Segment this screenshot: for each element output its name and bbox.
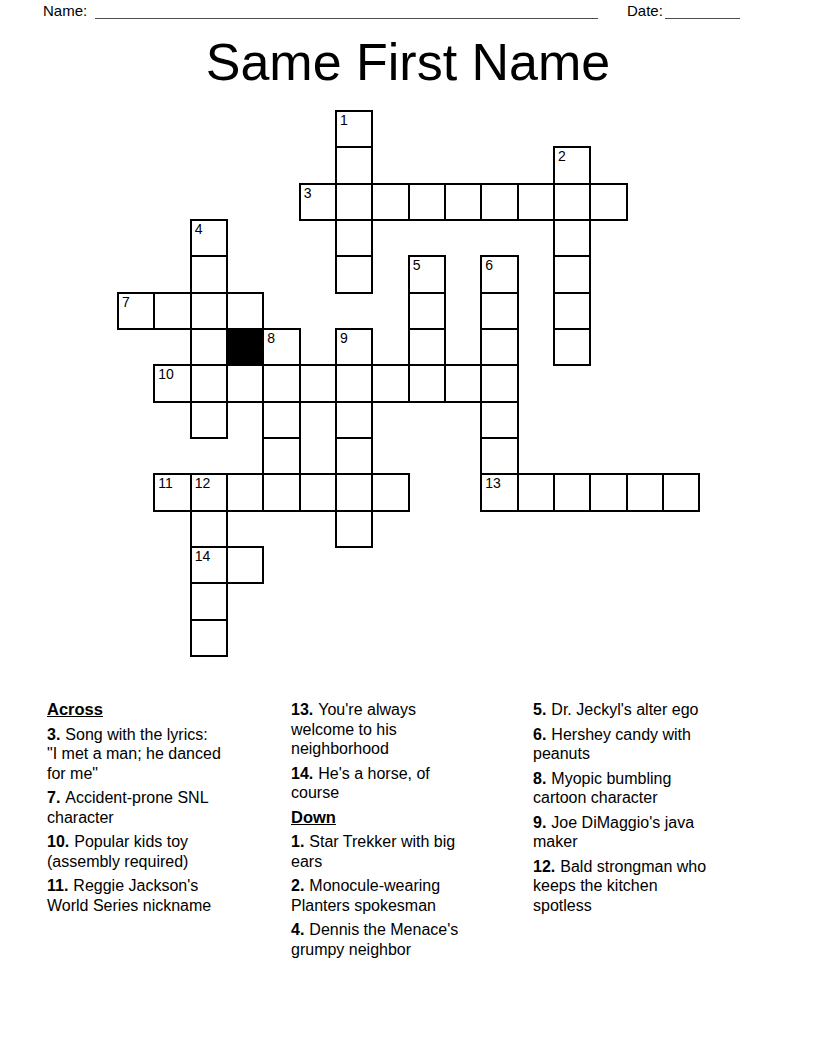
cell-number: 10 bbox=[158, 367, 174, 381]
cell-number: 6 bbox=[485, 258, 493, 272]
grid-cell[interactable] bbox=[371, 364, 409, 402]
grid-cell[interactable] bbox=[190, 401, 228, 439]
worksheet-page: Name: Date: Same First Name 123456137891… bbox=[0, 0, 816, 1056]
clue-down-12: 12.Bald strongman who keeps the kitchen … bbox=[533, 857, 775, 916]
grid-cell[interactable] bbox=[262, 364, 300, 402]
clue-down-4: 4.Dennis the Menace's grumpy neighbor bbox=[291, 920, 533, 959]
cell-number: 3 bbox=[304, 186, 312, 200]
black-cell bbox=[226, 328, 264, 366]
grid-cell[interactable]: 12 bbox=[190, 473, 228, 511]
grid-cell[interactable] bbox=[190, 364, 228, 402]
grid-cell[interactable] bbox=[335, 255, 373, 293]
clue-column-2: 13.You're always welcome to his neighbor… bbox=[291, 700, 533, 964]
cell-number: 8 bbox=[267, 331, 275, 345]
grid-cell[interactable] bbox=[480, 401, 518, 439]
clue-text: Bald strongman who keeps the kitchen spo… bbox=[533, 858, 706, 914]
grid-cell[interactable] bbox=[226, 546, 264, 584]
name-field[interactable] bbox=[95, 2, 598, 19]
clue-text: Reggie Jackson's World Series nickname bbox=[47, 877, 211, 914]
grid-cell[interactable] bbox=[262, 437, 300, 475]
page-title: Same First Name bbox=[0, 36, 816, 88]
cell-number: 13 bbox=[485, 476, 501, 490]
grid-cell[interactable] bbox=[335, 401, 373, 439]
grid-cell[interactable] bbox=[480, 328, 518, 366]
grid-cell[interactable] bbox=[335, 183, 373, 221]
grid-cell[interactable]: 10 bbox=[153, 364, 191, 402]
grid-cell[interactable] bbox=[408, 364, 446, 402]
clue-down-2: 2.Monocule-wearing Planters spokesman bbox=[291, 876, 533, 915]
grid-cell[interactable] bbox=[480, 437, 518, 475]
grid-cell[interactable] bbox=[226, 473, 264, 511]
grid-cell[interactable] bbox=[553, 328, 591, 366]
clue-number: 2. bbox=[291, 877, 304, 894]
grid-cell[interactable]: 1 bbox=[335, 110, 373, 148]
grid-cell[interactable] bbox=[553, 219, 591, 257]
clue-down-6: 6.Hershey candy with peanuts bbox=[533, 725, 775, 764]
clue-number: 6. bbox=[533, 726, 546, 743]
cell-number: 12 bbox=[195, 476, 211, 490]
grid-cell[interactable] bbox=[626, 473, 664, 511]
grid-cell[interactable] bbox=[190, 510, 228, 548]
clue-text: Accident-prone SNL character bbox=[47, 789, 209, 826]
name-label: Name: bbox=[43, 3, 87, 19]
clue-number: 8. bbox=[533, 770, 546, 787]
grid-cell[interactable] bbox=[408, 292, 446, 330]
clue-across-7: 7.Accident-prone SNL character bbox=[47, 788, 289, 827]
date-label: Date: bbox=[627, 3, 663, 19]
grid-cell[interactable]: 2 bbox=[553, 146, 591, 184]
grid-cell[interactable] bbox=[335, 219, 373, 257]
cell-number: 11 bbox=[158, 476, 173, 490]
clue-number: 4. bbox=[291, 921, 304, 938]
grid-cell[interactable] bbox=[553, 255, 591, 293]
grid-cell[interactable] bbox=[553, 473, 591, 511]
clue-number: 3. bbox=[47, 726, 60, 743]
grid-cell[interactable]: 9 bbox=[335, 328, 373, 366]
grid-cell[interactable]: 7 bbox=[117, 292, 155, 330]
grid-cell[interactable] bbox=[190, 255, 228, 293]
grid-cell[interactable] bbox=[408, 183, 446, 221]
crossword-grid: 1234561378910111214 bbox=[117, 110, 701, 657]
grid-cell[interactable]: 14 bbox=[190, 546, 228, 584]
grid-cell[interactable] bbox=[190, 328, 228, 366]
grid-cell[interactable] bbox=[371, 473, 409, 511]
clue-number: 7. bbox=[47, 789, 60, 806]
grid-cell[interactable]: 4 bbox=[190, 219, 228, 257]
grid-cell[interactable] bbox=[335, 473, 373, 511]
grid-cell[interactable] bbox=[153, 292, 191, 330]
cell-number: 1 bbox=[340, 113, 348, 127]
clue-number: 10. bbox=[47, 833, 69, 850]
grid-cell[interactable] bbox=[444, 183, 482, 221]
clue-across-10: 10.Popular kids toy (assembly required) bbox=[47, 832, 289, 871]
grid-cell[interactable] bbox=[190, 619, 228, 657]
grid-cell[interactable]: 11 bbox=[153, 473, 191, 511]
grid-cell[interactable] bbox=[262, 401, 300, 439]
grid-cell[interactable] bbox=[444, 364, 482, 402]
clue-column-1: Across3.Song with the lyrics: "I met a m… bbox=[47, 700, 289, 920]
clue-number: 1. bbox=[291, 833, 304, 850]
cell-number: 5 bbox=[413, 258, 421, 272]
grid-cell[interactable] bbox=[190, 582, 228, 620]
grid-cell[interactable] bbox=[517, 473, 555, 511]
clue-number: 12. bbox=[533, 858, 555, 875]
clues-section: Across3.Song with the lyrics: "I met a m… bbox=[0, 700, 816, 1040]
cell-number: 14 bbox=[195, 549, 211, 563]
cell-number: 7 bbox=[122, 295, 130, 309]
grid-cell[interactable] bbox=[262, 473, 300, 511]
grid-cell[interactable] bbox=[371, 183, 409, 221]
grid-cell[interactable]: 3 bbox=[299, 183, 337, 221]
cell-number: 9 bbox=[340, 331, 348, 345]
grid-cell[interactable]: 6 bbox=[480, 255, 518, 293]
grid-cell[interactable] bbox=[553, 292, 591, 330]
grid-cell[interactable] bbox=[553, 183, 591, 221]
clue-across-3: 3.Song with the lyrics: "I met a man; he… bbox=[47, 725, 289, 784]
grid-cell[interactable] bbox=[335, 146, 373, 184]
grid-cell[interactable] bbox=[408, 328, 446, 366]
clue-text: Myopic bumbling cartoon character bbox=[533, 770, 671, 807]
clue-text: Song with the lyrics: "I met a man; he d… bbox=[47, 726, 221, 782]
grid-cell[interactable] bbox=[335, 510, 373, 548]
grid-cell[interactable] bbox=[335, 364, 373, 402]
grid-cell[interactable] bbox=[480, 364, 518, 402]
clue-across-13: 13.You're always welcome to his neighbor… bbox=[291, 700, 533, 759]
grid-cell[interactable] bbox=[589, 473, 627, 511]
clue-number: 14. bbox=[291, 765, 313, 782]
clue-number: 9. bbox=[533, 814, 546, 831]
clue-text: Monocule-wearing Planters spokesman bbox=[291, 877, 440, 914]
clue-column-3: 5.Dr. Jeckyl's alter ego6.Hershey candy … bbox=[533, 700, 775, 920]
clue-text: Joe DiMaggio's java maker bbox=[533, 814, 694, 851]
clue-down-8: 8.Myopic bumbling cartoon character bbox=[533, 769, 775, 808]
grid-cell[interactable] bbox=[480, 292, 518, 330]
date-field[interactable] bbox=[665, 2, 740, 19]
clue-text: Hershey candy with peanuts bbox=[533, 726, 691, 763]
clue-down-1: 1.Star Trekker with big ears bbox=[291, 832, 533, 871]
grid-cell[interactable] bbox=[480, 183, 518, 221]
clue-number: 11. bbox=[47, 877, 68, 894]
grid-cell[interactable]: 13 bbox=[480, 473, 518, 511]
grid-cell[interactable] bbox=[226, 292, 264, 330]
down-heading: Down bbox=[291, 808, 533, 828]
cell-number: 2 bbox=[558, 149, 566, 163]
grid-cell[interactable] bbox=[589, 183, 627, 221]
clue-across-11: 11.Reggie Jackson's World Series nicknam… bbox=[47, 876, 289, 915]
grid-cell[interactable]: 5 bbox=[408, 255, 446, 293]
grid-cell[interactable] bbox=[335, 437, 373, 475]
clue-number: 13. bbox=[291, 701, 313, 718]
clue-down-5: 5.Dr. Jeckyl's alter ego bbox=[533, 700, 775, 720]
clue-text: Dr. Jeckyl's alter ego bbox=[551, 701, 698, 718]
grid-cell[interactable] bbox=[517, 183, 555, 221]
clue-across-14: 14.He's a horse, of course bbox=[291, 764, 533, 803]
clue-text: Dennis the Menace's grumpy neighbor bbox=[291, 921, 458, 958]
clue-down-9: 9.Joe DiMaggio's java maker bbox=[533, 813, 775, 852]
cell-number: 4 bbox=[195, 222, 203, 236]
grid-cell[interactable] bbox=[662, 473, 700, 511]
grid-cell[interactable] bbox=[299, 364, 337, 402]
grid-cell[interactable] bbox=[226, 364, 264, 402]
across-heading: Across bbox=[47, 700, 289, 720]
grid-cell[interactable] bbox=[190, 292, 228, 330]
grid-cell[interactable] bbox=[299, 473, 337, 511]
grid-cell[interactable]: 8 bbox=[262, 328, 300, 366]
clue-text: Star Trekker with big ears bbox=[291, 833, 455, 870]
clue-number: 5. bbox=[533, 701, 546, 718]
